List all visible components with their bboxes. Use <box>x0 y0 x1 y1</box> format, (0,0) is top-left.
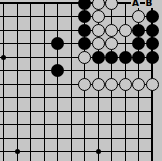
white-stone <box>146 78 159 91</box>
white-stone <box>92 10 105 23</box>
white-stone <box>105 37 118 50</box>
black-stone <box>146 37 159 50</box>
black-stone <box>78 24 91 37</box>
grid-line-h <box>0 138 153 139</box>
white-stone <box>105 0 118 10</box>
black-stone <box>105 51 118 64</box>
go-board[interactable]: AB <box>0 0 162 161</box>
black-stone <box>146 51 159 64</box>
grid-line-h <box>0 151 153 152</box>
white-stone <box>78 51 91 64</box>
black-stone <box>51 37 64 50</box>
grid-line-h <box>0 70 153 71</box>
black-stone <box>146 24 159 37</box>
black-stone <box>92 51 105 64</box>
black-stone <box>132 37 145 50</box>
white-stone <box>92 78 105 91</box>
white-stone <box>92 37 105 50</box>
white-stone <box>78 78 91 91</box>
black-stone <box>78 10 91 23</box>
star-point <box>1 55 6 60</box>
grid-line-h <box>0 111 153 112</box>
black-stone <box>51 64 64 77</box>
white-stone <box>119 78 132 91</box>
black-stone <box>132 24 145 37</box>
white-stone <box>92 0 105 10</box>
black-stone <box>119 51 132 64</box>
grid-line-h <box>0 97 153 98</box>
black-stone <box>132 51 145 64</box>
star-point <box>15 149 20 154</box>
star-point <box>96 149 101 154</box>
white-stone <box>132 10 145 23</box>
white-stone <box>105 24 118 37</box>
grid-line-h <box>0 43 153 44</box>
grid-line-h <box>0 124 153 125</box>
black-stone <box>78 37 91 50</box>
point-label-a[interactable]: A <box>131 0 140 8</box>
point-label-b[interactable]: B <box>145 0 154 8</box>
white-stone <box>119 24 132 37</box>
white-stone <box>92 24 105 37</box>
white-stone <box>105 78 118 91</box>
white-stone <box>132 78 145 91</box>
grid-line-h <box>0 16 153 17</box>
black-stone <box>78 0 91 10</box>
black-stone <box>146 10 159 23</box>
